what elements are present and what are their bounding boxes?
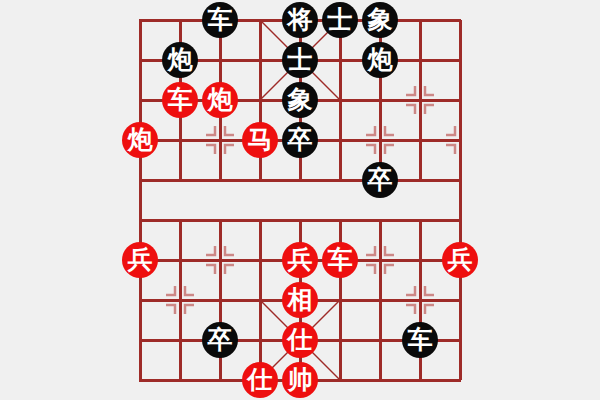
piece-red-soldier[interactable]: 兵	[442, 242, 478, 278]
piece-red-elephant[interactable]: 相	[282, 282, 318, 318]
piece-black-soldier[interactable]: 卒	[202, 322, 238, 358]
piece-black-chariot[interactable]: 车	[202, 2, 238, 38]
pieces-grid: 车将士象炮士炮车炮象炮马卒卒兵兵车兵相卒仕车仕帅	[120, 0, 480, 400]
piece-black-cannon[interactable]: 炮	[362, 42, 398, 78]
piece-black-chariot[interactable]: 车	[402, 322, 438, 358]
piece-black-elephant[interactable]: 象	[282, 82, 318, 118]
piece-red-chariot[interactable]: 车	[322, 242, 358, 278]
piece-red-cannon[interactable]: 炮	[122, 122, 158, 158]
piece-black-soldier[interactable]: 卒	[362, 162, 398, 198]
xiangqi-app: 车将士象炮士炮车炮象炮马卒卒兵兵车兵相卒仕车仕帅	[0, 0, 600, 400]
piece-black-cannon[interactable]: 炮	[162, 42, 198, 78]
piece-black-elephant[interactable]: 象	[362, 2, 398, 38]
piece-red-soldier[interactable]: 兵	[122, 242, 158, 278]
piece-red-horse[interactable]: 马	[242, 122, 278, 158]
piece-red-advisor[interactable]: 仕	[282, 322, 318, 358]
piece-red-soldier[interactable]: 兵	[282, 242, 318, 278]
piece-black-general[interactable]: 将	[282, 2, 318, 38]
piece-black-advisor[interactable]: 士	[282, 42, 318, 78]
piece-red-advisor[interactable]: 仕	[242, 362, 278, 398]
piece-red-king[interactable]: 帅	[282, 362, 318, 398]
piece-black-advisor[interactable]: 士	[322, 2, 358, 38]
piece-black-soldier[interactable]: 卒	[282, 122, 318, 158]
piece-red-chariot[interactable]: 车	[162, 82, 198, 118]
piece-red-cannon[interactable]: 炮	[202, 82, 238, 118]
